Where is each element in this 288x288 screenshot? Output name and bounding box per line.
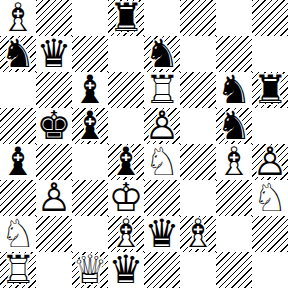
piece-fill-backing: ♛ bbox=[36, 36, 72, 72]
square-a5[interactable] bbox=[0, 108, 36, 144]
piece-black-knight: ♞ bbox=[144, 36, 180, 72]
piece-black-queen: ♛ bbox=[108, 252, 144, 288]
piece-white-knight: ♘ bbox=[252, 180, 288, 216]
square-h4[interactable]: ♟♙ bbox=[252, 144, 288, 180]
square-f1[interactable] bbox=[180, 252, 216, 288]
piece-black-bishop: ♝ bbox=[72, 72, 108, 108]
square-c3[interactable] bbox=[72, 180, 108, 216]
square-h5[interactable] bbox=[252, 108, 288, 144]
piece-fill-backing: ♚ bbox=[36, 108, 72, 144]
chessboard: ♝♗♜♜♞♞♛♛♞♞♝♝♜♖♞♞♜♜♚♚♝♝♟♙♞♞♝♝♝♝♞♘♝♗♟♙♟♙♚♔… bbox=[0, 0, 288, 288]
piece-fill-backing: ♞ bbox=[0, 36, 36, 72]
piece-fill-backing: ♝ bbox=[108, 216, 144, 252]
square-c6[interactable]: ♝♝ bbox=[72, 72, 108, 108]
piece-fill-backing: ♞ bbox=[0, 216, 36, 252]
piece-white-pawn: ♙ bbox=[144, 108, 180, 144]
square-c1[interactable]: ♛♕ bbox=[72, 252, 108, 288]
piece-fill-backing: ♞ bbox=[216, 72, 252, 108]
square-a2[interactable]: ♞♘ bbox=[0, 216, 36, 252]
piece-fill-backing: ♝ bbox=[180, 216, 216, 252]
square-g1[interactable] bbox=[216, 252, 252, 288]
square-d4[interactable]: ♝♝ bbox=[108, 144, 144, 180]
square-f7[interactable] bbox=[180, 36, 216, 72]
piece-fill-backing: ♜ bbox=[0, 252, 36, 288]
square-d1[interactable]: ♛♛ bbox=[108, 252, 144, 288]
square-g3[interactable] bbox=[216, 180, 252, 216]
piece-white-bishop: ♗ bbox=[0, 0, 36, 36]
square-h3[interactable]: ♞♘ bbox=[252, 180, 288, 216]
square-b7[interactable]: ♛♛ bbox=[36, 36, 72, 72]
piece-black-knight: ♞ bbox=[0, 36, 36, 72]
square-c4[interactable] bbox=[72, 144, 108, 180]
square-f8[interactable] bbox=[180, 0, 216, 36]
square-f6[interactable] bbox=[180, 72, 216, 108]
piece-fill-backing: ♝ bbox=[108, 144, 144, 180]
square-e8[interactable] bbox=[144, 0, 180, 36]
piece-fill-backing: ♜ bbox=[252, 72, 288, 108]
square-a1[interactable]: ♜♖ bbox=[0, 252, 36, 288]
piece-fill-backing: ♝ bbox=[72, 72, 108, 108]
piece-white-bishop: ♗ bbox=[108, 216, 144, 252]
square-d3[interactable]: ♚♔ bbox=[108, 180, 144, 216]
square-f2[interactable]: ♝♗ bbox=[180, 216, 216, 252]
square-h8[interactable] bbox=[252, 0, 288, 36]
square-e4[interactable]: ♞♘ bbox=[144, 144, 180, 180]
square-h2[interactable] bbox=[252, 216, 288, 252]
piece-fill-backing: ♞ bbox=[216, 108, 252, 144]
square-b6[interactable] bbox=[36, 72, 72, 108]
square-b8[interactable] bbox=[36, 0, 72, 36]
piece-fill-backing: ♚ bbox=[108, 180, 144, 216]
square-c7[interactable] bbox=[72, 36, 108, 72]
square-e3[interactable] bbox=[144, 180, 180, 216]
piece-fill-backing: ♞ bbox=[144, 144, 180, 180]
piece-fill-backing: ♛ bbox=[108, 252, 144, 288]
square-c2[interactable] bbox=[72, 216, 108, 252]
square-c8[interactable] bbox=[72, 0, 108, 36]
piece-white-knight: ♘ bbox=[144, 144, 180, 180]
piece-black-knight: ♞ bbox=[216, 72, 252, 108]
piece-black-bishop: ♝ bbox=[72, 108, 108, 144]
square-h7[interactable] bbox=[252, 36, 288, 72]
piece-white-rook: ♖ bbox=[144, 72, 180, 108]
piece-fill-backing: ♟ bbox=[36, 180, 72, 216]
square-e6[interactable]: ♜♖ bbox=[144, 72, 180, 108]
square-e5[interactable]: ♟♙ bbox=[144, 108, 180, 144]
square-e2[interactable]: ♛♛ bbox=[144, 216, 180, 252]
piece-black-rook: ♜ bbox=[252, 72, 288, 108]
square-d6[interactable] bbox=[108, 72, 144, 108]
piece-fill-backing: ♟ bbox=[252, 144, 288, 180]
piece-fill-backing: ♞ bbox=[144, 36, 180, 72]
square-h6[interactable]: ♜♜ bbox=[252, 72, 288, 108]
piece-white-knight: ♘ bbox=[0, 216, 36, 252]
piece-fill-backing: ♝ bbox=[72, 108, 108, 144]
piece-white-pawn: ♙ bbox=[36, 180, 72, 216]
square-f3[interactable] bbox=[180, 180, 216, 216]
square-b3[interactable]: ♟♙ bbox=[36, 180, 72, 216]
piece-fill-backing: ♝ bbox=[216, 144, 252, 180]
square-h1[interactable] bbox=[252, 252, 288, 288]
square-b4[interactable] bbox=[36, 144, 72, 180]
piece-black-queen: ♛ bbox=[36, 36, 72, 72]
piece-fill-backing: ♞ bbox=[252, 180, 288, 216]
square-g6[interactable]: ♞♞ bbox=[216, 72, 252, 108]
piece-white-queen: ♕ bbox=[72, 252, 108, 288]
piece-fill-backing: ♝ bbox=[0, 144, 36, 180]
square-f4[interactable] bbox=[180, 144, 216, 180]
square-e7[interactable]: ♞♞ bbox=[144, 36, 180, 72]
square-b2[interactable] bbox=[36, 216, 72, 252]
piece-fill-backing: ♛ bbox=[72, 252, 108, 288]
piece-fill-backing: ♟ bbox=[144, 108, 180, 144]
square-a7[interactable]: ♞♞ bbox=[0, 36, 36, 72]
square-b1[interactable] bbox=[36, 252, 72, 288]
square-g7[interactable] bbox=[216, 36, 252, 72]
square-a8[interactable]: ♝♗ bbox=[0, 0, 36, 36]
square-g2[interactable] bbox=[216, 216, 252, 252]
piece-fill-backing: ♛ bbox=[144, 216, 180, 252]
square-d7[interactable] bbox=[108, 36, 144, 72]
piece-white-pawn: ♙ bbox=[252, 144, 288, 180]
piece-black-king: ♚ bbox=[36, 108, 72, 144]
square-d2[interactable]: ♝♗ bbox=[108, 216, 144, 252]
square-g4[interactable]: ♝♗ bbox=[216, 144, 252, 180]
piece-black-rook: ♜ bbox=[108, 0, 144, 36]
square-g5[interactable]: ♞♞ bbox=[216, 108, 252, 144]
piece-fill-backing: ♜ bbox=[144, 72, 180, 108]
piece-white-bishop: ♗ bbox=[180, 216, 216, 252]
piece-black-bishop: ♝ bbox=[0, 144, 36, 180]
piece-black-queen: ♛ bbox=[144, 216, 180, 252]
piece-white-rook: ♖ bbox=[0, 252, 36, 288]
square-g8[interactable] bbox=[216, 0, 252, 36]
square-e1[interactable] bbox=[144, 252, 180, 288]
piece-white-king: ♔ bbox=[108, 180, 144, 216]
piece-fill-backing: ♝ bbox=[0, 0, 36, 36]
square-a3[interactable] bbox=[0, 180, 36, 216]
piece-white-bishop: ♗ bbox=[216, 144, 252, 180]
piece-black-bishop: ♝ bbox=[108, 144, 144, 180]
square-a6[interactable] bbox=[0, 72, 36, 108]
piece-fill-backing: ♜ bbox=[108, 0, 144, 36]
square-d5[interactable] bbox=[108, 108, 144, 144]
square-d8[interactable]: ♜♜ bbox=[108, 0, 144, 36]
square-f5[interactable] bbox=[180, 108, 216, 144]
square-a4[interactable]: ♝♝ bbox=[0, 144, 36, 180]
square-b5[interactable]: ♚♚ bbox=[36, 108, 72, 144]
square-c5[interactable]: ♝♝ bbox=[72, 108, 108, 144]
piece-black-knight: ♞ bbox=[216, 108, 252, 144]
